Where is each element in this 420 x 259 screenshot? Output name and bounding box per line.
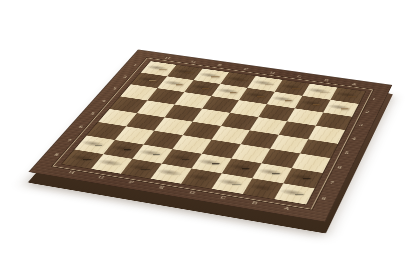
coordinate-label: 7 — [323, 174, 340, 191]
coordinate-label: 2 — [116, 70, 134, 83]
coordinate-label: H — [55, 168, 88, 177]
coordinate-label: C — [206, 193, 240, 203]
coordinate-label: 6 — [331, 159, 348, 175]
coordinate-label: D — [175, 188, 209, 198]
piece-glyph: ♜ — [279, 138, 310, 203]
square-a3[interactable] — [316, 113, 352, 131]
coordinate-label: 3 — [353, 118, 369, 133]
coordinate-label: 8 — [315, 190, 333, 208]
coordinate-label: F — [114, 178, 148, 188]
coordinate-label: 4 — [346, 131, 362, 146]
coordinate-label: G — [84, 173, 117, 183]
coordinate-label: 5 — [339, 145, 355, 161]
coordinate-label: 3 — [105, 82, 124, 95]
piece-glyph: ♜ — [68, 106, 97, 169]
chess-board: HGFEDCBA HGFEDCBA 12345678 12345678 ♜♞♝♛… — [28, 50, 392, 223]
coordinate-label: 1 — [366, 93, 381, 107]
coordinate-label: 2 — [360, 105, 375, 119]
product-photo-scene: HGFEDCBA HGFEDCBA 12345678 12345678 ♜♞♝♛… — [0, 0, 420, 259]
coordinate-label: E — [144, 183, 178, 193]
coordinate-label: B — [237, 198, 272, 208]
piece-glyph: ♞ — [246, 126, 280, 200]
coordinate-label: A — [269, 204, 304, 214]
coordinate-label: 8 — [46, 147, 67, 163]
